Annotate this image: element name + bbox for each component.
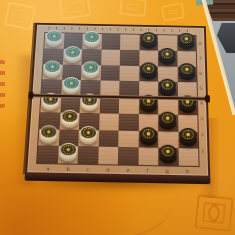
square-e4[interactable] bbox=[119, 97, 139, 114]
gold-medallion-ornament bbox=[181, 65, 192, 74]
scene-photo: abcdefgh 87654321 bbox=[0, 0, 235, 235]
file-label-d: d bbox=[106, 166, 109, 172]
checker-black[interactable] bbox=[140, 63, 157, 80]
gold-medallion-ornament bbox=[182, 130, 193, 139]
checker-cap bbox=[159, 111, 176, 124]
file-label-f: f bbox=[147, 167, 149, 173]
rank-label-7: 7 bbox=[199, 56, 202, 61]
checker-black[interactable] bbox=[139, 127, 156, 146]
square-e8[interactable] bbox=[120, 34, 139, 50]
checker-cap bbox=[61, 109, 79, 122]
rank-label-6: 6 bbox=[199, 71, 202, 76]
gold-medallion-ornament bbox=[85, 63, 96, 72]
gold-medallion-ornament bbox=[162, 113, 173, 122]
square-f4[interactable] bbox=[138, 97, 158, 114]
square-d4[interactable] bbox=[99, 97, 119, 114]
gold-medallion-ornament bbox=[163, 147, 174, 156]
square-d1[interactable] bbox=[98, 147, 119, 165]
cloth-motif-curve bbox=[97, 196, 173, 235]
file-label-e: e bbox=[127, 167, 130, 173]
rank-label-1: 1 bbox=[201, 148, 204, 153]
file-label-b: b bbox=[66, 166, 70, 172]
square-c8[interactable] bbox=[82, 34, 101, 50]
board-rotation-wrap: abcdefgh 87654321 bbox=[26, 17, 211, 192]
square-c6[interactable] bbox=[81, 64, 101, 80]
cloth-motif-leaf bbox=[204, 203, 224, 223]
board-perspective-wrap: abcdefgh 87654321 bbox=[24, 23, 210, 186]
square-h8[interactable] bbox=[177, 35, 196, 51]
checker-cap bbox=[159, 48, 176, 60]
file-label-g: g bbox=[166, 168, 169, 174]
gold-medallion-ornament bbox=[87, 33, 98, 41]
gold-medallion-ornament bbox=[143, 65, 154, 74]
square-f1[interactable] bbox=[138, 148, 158, 166]
gold-medallion-ornament bbox=[49, 32, 60, 40]
checker-white[interactable] bbox=[44, 61, 62, 78]
frame-inlay-ticks bbox=[48, 27, 192, 32]
square-h6[interactable] bbox=[177, 66, 196, 82]
gold-medallion-ornament bbox=[143, 130, 154, 139]
square-f6[interactable] bbox=[139, 66, 158, 82]
square-g1[interactable] bbox=[158, 148, 178, 166]
checker-cap bbox=[64, 46, 81, 58]
rank-label-2: 2 bbox=[201, 132, 204, 137]
gold-medallion-ornament bbox=[143, 34, 154, 42]
checker-cap bbox=[178, 33, 195, 45]
checker-white[interactable] bbox=[64, 46, 81, 63]
square-h1[interactable] bbox=[178, 148, 198, 166]
gold-medallion-ornament bbox=[65, 79, 76, 88]
cloth-motif bbox=[161, 2, 185, 22]
checker-black[interactable] bbox=[159, 111, 176, 129]
checker-white[interactable] bbox=[59, 143, 77, 162]
gold-medallion-ornament bbox=[162, 49, 173, 58]
checkers-board: abcdefgh 87654321 bbox=[25, 23, 210, 178]
checker-black[interactable] bbox=[159, 79, 176, 97]
checker-white[interactable] bbox=[60, 109, 78, 127]
square-e7[interactable] bbox=[120, 50, 139, 66]
rank-label-3: 3 bbox=[200, 116, 203, 121]
square-c1[interactable] bbox=[78, 146, 99, 164]
gold-medallion-ornament bbox=[62, 145, 74, 154]
square-a4[interactable] bbox=[40, 96, 60, 113]
square-h2[interactable] bbox=[178, 131, 198, 148]
checker-black[interactable] bbox=[159, 145, 177, 164]
gold-medallion-ornament bbox=[181, 35, 192, 43]
square-h4[interactable] bbox=[178, 98, 198, 115]
square-c2[interactable] bbox=[78, 129, 99, 146]
checker-white[interactable] bbox=[82, 62, 99, 79]
checker-black[interactable] bbox=[140, 32, 157, 49]
square-e3[interactable] bbox=[119, 114, 139, 131]
square-e6[interactable] bbox=[119, 65, 138, 81]
gold-medallion-ornament bbox=[43, 128, 55, 137]
cloth-motif bbox=[119, 0, 146, 17]
cloth-motif-spiral bbox=[194, 194, 233, 232]
square-b7[interactable] bbox=[62, 49, 82, 65]
checker-white[interactable] bbox=[62, 77, 80, 95]
file-label-h: h bbox=[186, 168, 189, 174]
square-g7[interactable] bbox=[158, 50, 177, 66]
square-b1[interactable] bbox=[57, 146, 78, 164]
square-f2[interactable] bbox=[138, 131, 158, 148]
square-d7[interactable] bbox=[101, 49, 120, 65]
square-a2[interactable] bbox=[38, 129, 59, 146]
checker-black[interactable] bbox=[179, 128, 197, 147]
square-a8[interactable] bbox=[44, 33, 64, 49]
rank-label-8: 8 bbox=[199, 42, 202, 47]
checker-white[interactable] bbox=[46, 30, 63, 47]
square-e1[interactable] bbox=[118, 147, 138, 165]
file-label-a: a bbox=[46, 165, 50, 171]
checker-black[interactable] bbox=[159, 48, 176, 65]
square-a6[interactable] bbox=[42, 64, 62, 80]
square-d8[interactable] bbox=[101, 34, 120, 50]
file-label-c: c bbox=[87, 166, 90, 172]
checker-white[interactable] bbox=[80, 126, 98, 145]
cloth-seam-pattern bbox=[0, 60, 5, 108]
square-g3[interactable] bbox=[158, 114, 178, 131]
square-d3[interactable] bbox=[99, 113, 119, 130]
square-f8[interactable] bbox=[139, 35, 158, 51]
square-e2[interactable] bbox=[118, 130, 138, 147]
checker-cap bbox=[140, 32, 156, 44]
checker-black[interactable] bbox=[178, 63, 195, 80]
square-c4[interactable] bbox=[80, 96, 100, 113]
rank-label-5: 5 bbox=[200, 86, 203, 91]
square-d2[interactable] bbox=[98, 130, 118, 147]
gold-medallion-ornament bbox=[162, 81, 173, 90]
square-d6[interactable] bbox=[100, 65, 120, 81]
file-labels: abcdefgh bbox=[38, 164, 198, 175]
square-a1[interactable] bbox=[37, 146, 58, 164]
checker-black[interactable] bbox=[178, 33, 195, 50]
checker-white[interactable] bbox=[40, 126, 58, 145]
checker-white[interactable] bbox=[83, 31, 100, 48]
gold-medallion-ornament bbox=[83, 128, 95, 137]
gold-medallion-ornament bbox=[67, 48, 78, 57]
gold-medallion-ornament bbox=[47, 63, 58, 72]
rank-label-4: 4 bbox=[200, 101, 203, 106]
gold-medallion-ornament bbox=[64, 111, 76, 120]
square-b3[interactable] bbox=[59, 112, 79, 129]
